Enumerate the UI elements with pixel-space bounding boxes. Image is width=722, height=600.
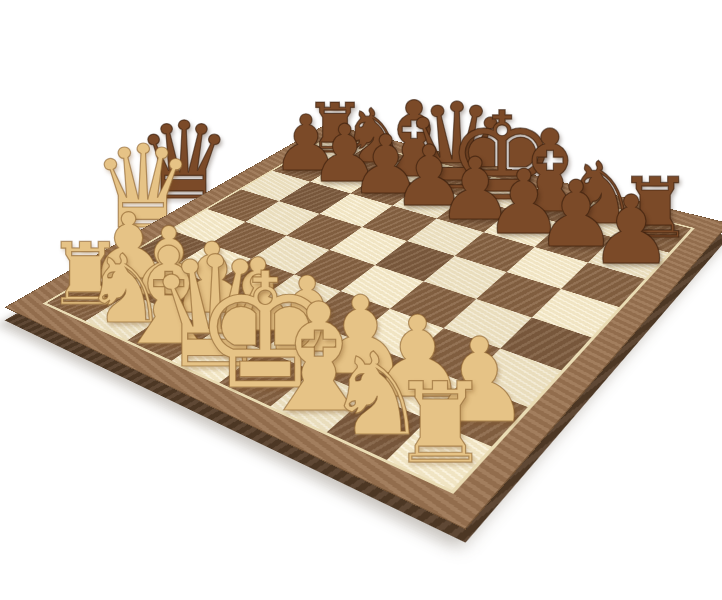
piece-white-rook-h1[interactable]: ♜ [390, 368, 490, 480]
chess-set-photo: ♛♛ ♜♞♝♛♚♝♞♜♟♟♟♟♟♟♟♟♟♟♟♟♟♟♟♟♜♞♝♛♚♝♞♜ [0, 0, 722, 600]
piece-black-pawn-h7[interactable]: ♟ [589, 183, 674, 278]
